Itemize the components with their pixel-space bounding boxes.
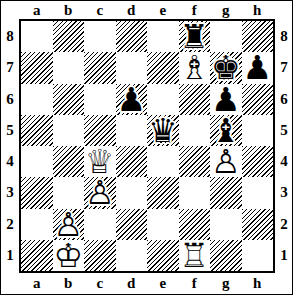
square-f8[interactable]: ♜♜ (179, 21, 211, 52)
square-d7[interactable] (116, 52, 148, 83)
square-e7[interactable] (147, 52, 179, 83)
file-label-c: c (84, 273, 116, 294)
black-rook-piece[interactable]: ♜ (179, 21, 211, 52)
piece-halo: ♟ (116, 84, 148, 115)
white-king-piece[interactable]: ♔ (53, 240, 85, 271)
rank-label-5: 5 (1, 115, 19, 146)
white-queen-piece[interactable]: ♕ (84, 146, 116, 177)
square-g8[interactable] (210, 21, 242, 52)
square-d2[interactable] (116, 209, 148, 240)
square-b5[interactable] (53, 115, 85, 146)
file-label-h: h (242, 1, 274, 19)
square-d3[interactable] (116, 177, 148, 208)
black-queen-piece[interactable]: ♛ (147, 115, 179, 146)
file-label-h: h (242, 273, 274, 294)
square-g2[interactable] (210, 209, 242, 240)
piece-halo: ♟ (210, 146, 242, 177)
white-pawn-piece[interactable]: ♙ (84, 177, 116, 208)
square-a7[interactable] (21, 52, 53, 83)
square-h1[interactable] (242, 240, 274, 271)
square-a6[interactable] (21, 84, 53, 115)
square-a4[interactable] (21, 146, 53, 177)
rank-labels-right: 87654321 (275, 21, 293, 271)
chess-board: ♜♜♝♗♚♚♟♟♟♟♟♟♛♛♝♝♛♕♟♙♟♙♟♙♚♔♜♖ (19, 19, 275, 273)
square-f4[interactable] (179, 146, 211, 177)
square-c6[interactable] (84, 84, 116, 115)
square-b1[interactable]: ♚♔ (53, 240, 85, 271)
piece-halo: ♝ (179, 52, 211, 83)
square-c5[interactable] (84, 115, 116, 146)
square-a1[interactable] (21, 240, 53, 271)
file-label-d: d (116, 273, 148, 294)
rank-label-3: 3 (1, 177, 19, 208)
square-g1[interactable] (210, 240, 242, 271)
square-f3[interactable] (179, 177, 211, 208)
rank-label-2: 2 (275, 209, 293, 240)
white-pawn-piece[interactable]: ♙ (210, 146, 242, 177)
rank-label-8: 8 (1, 21, 19, 52)
file-label-a: a (21, 1, 53, 19)
square-e4[interactable] (147, 146, 179, 177)
square-f1[interactable]: ♜♖ (179, 240, 211, 271)
square-h5[interactable] (242, 115, 274, 146)
file-label-d: d (116, 1, 148, 19)
piece-halo: ♛ (84, 146, 116, 177)
rank-label-6: 6 (275, 84, 293, 115)
square-c7[interactable] (84, 52, 116, 83)
square-b8[interactable] (53, 21, 85, 52)
piece-halo: ♚ (210, 52, 242, 83)
square-e2[interactable] (147, 209, 179, 240)
square-h3[interactable] (242, 177, 274, 208)
black-king-piece[interactable]: ♚ (210, 52, 242, 83)
piece-halo: ♟ (84, 177, 116, 208)
rank-label-1: 1 (275, 240, 293, 271)
square-h6[interactable] (242, 84, 274, 115)
rank-label-4: 4 (275, 146, 293, 177)
square-d1[interactable] (116, 240, 148, 271)
square-d6[interactable]: ♟♟ (116, 84, 148, 115)
square-c2[interactable] (84, 209, 116, 240)
piece-halo: ♟ (242, 52, 274, 83)
square-d5[interactable] (116, 115, 148, 146)
file-label-f: f (179, 1, 211, 19)
rank-label-3: 3 (275, 177, 293, 208)
piece-halo: ♛ (147, 115, 179, 146)
square-g4[interactable]: ♟♙ (210, 146, 242, 177)
square-h8[interactable] (242, 21, 274, 52)
square-c3[interactable]: ♟♙ (84, 177, 116, 208)
square-e5[interactable]: ♛♛ (147, 115, 179, 146)
rank-label-8: 8 (275, 21, 293, 52)
square-g3[interactable] (210, 177, 242, 208)
piece-halo: ♝ (210, 115, 242, 146)
file-labels-top: abcdefgh (21, 1, 273, 19)
black-pawn-piece[interactable]: ♟ (242, 52, 274, 83)
square-h2[interactable] (242, 209, 274, 240)
square-a8[interactable] (21, 21, 53, 52)
square-c1[interactable] (84, 240, 116, 271)
square-b2[interactable]: ♟♙ (53, 209, 85, 240)
square-e6[interactable] (147, 84, 179, 115)
square-f6[interactable] (179, 84, 211, 115)
square-g7[interactable]: ♚♚ (210, 52, 242, 83)
square-g5[interactable]: ♝♝ (210, 115, 242, 146)
rank-label-7: 7 (275, 52, 293, 83)
rank-label-1: 1 (1, 240, 19, 271)
square-d8[interactable] (116, 21, 148, 52)
white-pawn-piece[interactable]: ♙ (53, 209, 85, 240)
square-b3[interactable] (53, 177, 85, 208)
file-label-g: g (210, 273, 242, 294)
square-f2[interactable] (179, 209, 211, 240)
square-b7[interactable] (53, 52, 85, 83)
square-h7[interactable]: ♟♟ (242, 52, 274, 83)
square-g6[interactable]: ♟♟ (210, 84, 242, 115)
piece-halo: ♟ (210, 84, 242, 115)
square-d4[interactable] (116, 146, 148, 177)
file-label-e: e (147, 1, 179, 19)
black-bishop-piece[interactable]: ♝ (210, 115, 242, 146)
rank-label-2: 2 (1, 209, 19, 240)
black-pawn-piece[interactable]: ♟ (116, 84, 148, 115)
rank-label-5: 5 (275, 115, 293, 146)
file-labels-bottom: abcdefgh (21, 273, 273, 294)
file-label-c: c (84, 1, 116, 19)
rank-labels-left: 87654321 (1, 21, 19, 271)
white-bishop-piece[interactable]: ♗ (179, 52, 211, 83)
square-e3[interactable] (147, 177, 179, 208)
piece-halo: ♚ (53, 240, 85, 271)
square-e1[interactable] (147, 240, 179, 271)
square-a5[interactable] (21, 115, 53, 146)
file-label-g: g (210, 1, 242, 19)
square-a3[interactable] (21, 177, 53, 208)
black-pawn-piece[interactable]: ♟ (210, 84, 242, 115)
square-c8[interactable] (84, 21, 116, 52)
chess-diagram: abcdefgh 87654321 ♜♜♝♗♚♚♟♟♟♟♟♟♛♛♝♝♛♕♟♙♟♙… (0, 0, 293, 295)
file-label-e: e (147, 273, 179, 294)
piece-halo: ♜ (179, 240, 211, 271)
rank-label-6: 6 (1, 84, 19, 115)
rank-label-4: 4 (1, 146, 19, 177)
square-h4[interactable] (242, 146, 274, 177)
file-label-b: b (53, 1, 85, 19)
square-f5[interactable] (179, 115, 211, 146)
file-label-a: a (21, 273, 53, 294)
file-label-f: f (179, 273, 211, 294)
piece-halo: ♜ (179, 21, 211, 52)
square-f7[interactable]: ♝♗ (179, 52, 211, 83)
square-b6[interactable] (53, 84, 85, 115)
square-e8[interactable] (147, 21, 179, 52)
file-label-b: b (53, 273, 85, 294)
square-a2[interactable] (21, 209, 53, 240)
square-b4[interactable] (53, 146, 85, 177)
piece-halo: ♟ (53, 209, 85, 240)
white-rook-piece[interactable]: ♖ (179, 240, 211, 271)
rank-label-7: 7 (1, 52, 19, 83)
square-c4[interactable]: ♛♕ (84, 146, 116, 177)
